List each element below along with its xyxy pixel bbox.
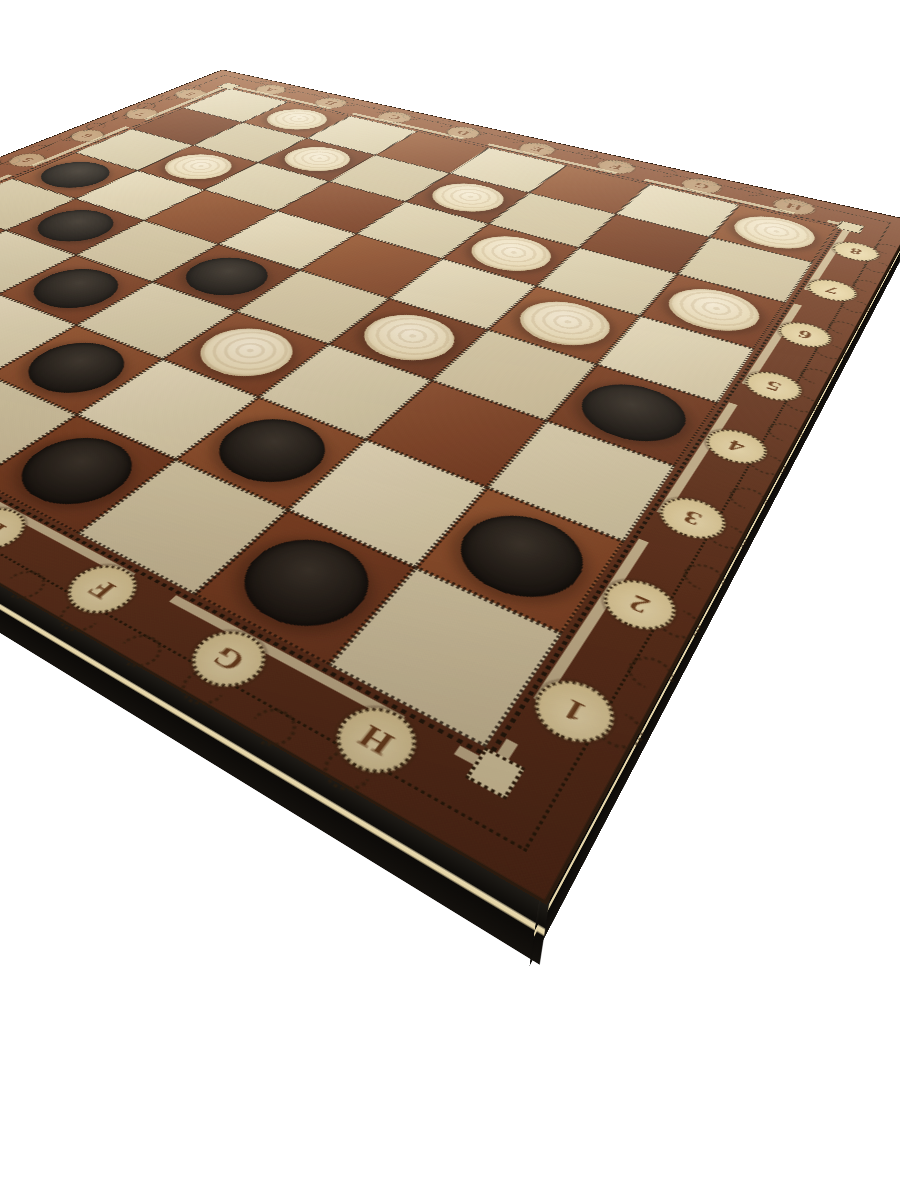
light-inlay-corner-square xyxy=(836,221,865,234)
light-inlay-corner-square xyxy=(465,747,525,799)
rope-curl-decoration xyxy=(650,168,681,178)
coordinate-label: 5 xyxy=(739,367,808,407)
rope-curl-decoration xyxy=(734,186,767,197)
rope-curl-decoration xyxy=(500,135,527,144)
coordinate-label: 4 xyxy=(699,423,774,470)
coordinate-label: 1 xyxy=(522,670,625,756)
coordinate-label: 3 xyxy=(651,491,734,547)
rope-curl-decoration xyxy=(29,144,51,153)
coordinate-label: E xyxy=(0,501,38,559)
board-tilt-wrapper: AABBCCDDEEFFGGHH1122334455667788 xyxy=(0,70,900,900)
coordinate-label: 6 xyxy=(773,318,836,352)
coordinate-label: 8 xyxy=(828,239,883,265)
coordinate-label: 2 xyxy=(593,571,685,640)
coordinate-label: 7 xyxy=(803,276,862,306)
board-scene: AABBCCDDEEFFGGHH1122334455667788 xyxy=(0,0,780,750)
rope-curl-decoration xyxy=(573,151,602,160)
coordinate-label: G xyxy=(177,621,280,698)
coordinate-label: F xyxy=(53,557,150,623)
